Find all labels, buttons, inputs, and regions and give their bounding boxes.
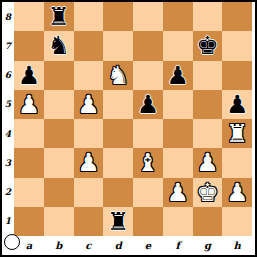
file-labels: abcdefgh xyxy=(14,236,252,255)
square-d4[interactable] xyxy=(103,119,133,148)
square-f1[interactable] xyxy=(163,207,193,236)
square-a5[interactable]: ♟ xyxy=(14,90,44,119)
square-e6[interactable] xyxy=(133,61,163,90)
square-e7[interactable] xyxy=(133,31,163,60)
piece-white-pawn: ♟ xyxy=(222,178,252,207)
square-g7[interactable]: ♚ xyxy=(193,31,223,60)
piece-white-bishop: ♝ xyxy=(133,148,163,177)
square-h4[interactable]: ♜ xyxy=(222,119,252,148)
square-h2[interactable]: ♟ xyxy=(222,178,252,207)
rank-label-1: 1 xyxy=(2,207,14,236)
rank-label-7: 7 xyxy=(2,31,14,60)
square-h1[interactable] xyxy=(222,207,252,236)
file-label-g: g xyxy=(193,236,223,255)
square-b1[interactable] xyxy=(44,207,74,236)
square-f7[interactable] xyxy=(163,31,193,60)
square-b5[interactable] xyxy=(44,90,74,119)
piece-black-knight: ♞ xyxy=(44,31,74,60)
piece-white-knight: ♞ xyxy=(103,61,133,90)
square-d8[interactable] xyxy=(103,2,133,31)
piece-white-pawn: ♟ xyxy=(193,148,223,177)
square-f3[interactable] xyxy=(163,148,193,177)
chess-board[interactable]: ♜♞♚♟♞♟♟♟♟♟♜♟♝♟♟♚♟♜ xyxy=(14,2,252,236)
square-g1[interactable] xyxy=(193,207,223,236)
file-label-b: b xyxy=(44,236,74,255)
piece-black-king: ♚ xyxy=(193,31,223,60)
square-d1[interactable]: ♜ xyxy=(103,207,133,236)
square-b8[interactable]: ♜ xyxy=(44,2,74,31)
square-b2[interactable] xyxy=(44,178,74,207)
piece-black-rook: ♜ xyxy=(44,2,74,31)
file-label-d: d xyxy=(103,236,133,255)
square-f6[interactable]: ♟ xyxy=(163,61,193,90)
rank-label-4: 4 xyxy=(2,119,14,148)
file-label-c: c xyxy=(74,236,104,255)
rank-label-3: 3 xyxy=(2,148,14,177)
square-f2[interactable]: ♟ xyxy=(163,178,193,207)
square-e3[interactable]: ♝ xyxy=(133,148,163,177)
square-h6[interactable] xyxy=(222,61,252,90)
square-g3[interactable]: ♟ xyxy=(193,148,223,177)
square-a3[interactable] xyxy=(14,148,44,177)
square-h5[interactable]: ♟ xyxy=(222,90,252,119)
square-f4[interactable] xyxy=(163,119,193,148)
piece-black-pawn: ♟ xyxy=(222,90,252,119)
square-c3[interactable]: ♟ xyxy=(74,148,104,177)
square-e2[interactable] xyxy=(133,178,163,207)
piece-black-pawn: ♟ xyxy=(163,61,193,90)
piece-white-rook: ♜ xyxy=(222,119,252,148)
square-g2[interactable]: ♚ xyxy=(193,178,223,207)
square-e1[interactable] xyxy=(133,207,163,236)
piece-white-pawn: ♟ xyxy=(163,178,193,207)
square-e4[interactable] xyxy=(133,119,163,148)
rank-label-6: 6 xyxy=(2,61,14,90)
file-label-h: h xyxy=(222,236,252,255)
square-d3[interactable] xyxy=(103,148,133,177)
square-a1[interactable] xyxy=(14,207,44,236)
square-f5[interactable] xyxy=(163,90,193,119)
piece-black-pawn: ♟ xyxy=(14,61,44,90)
square-b6[interactable] xyxy=(44,61,74,90)
square-d2[interactable] xyxy=(103,178,133,207)
rank-label-2: 2 xyxy=(2,178,14,207)
square-b7[interactable]: ♞ xyxy=(44,31,74,60)
square-d5[interactable] xyxy=(103,90,133,119)
square-b3[interactable] xyxy=(44,148,74,177)
chess-diagram: 87654321 ♜♞♚♟♞♟♟♟♟♟♜♟♝♟♟♚♟♜ abcdefgh xyxy=(0,0,257,257)
square-h8[interactable] xyxy=(222,2,252,31)
square-b4[interactable] xyxy=(44,119,74,148)
square-h3[interactable] xyxy=(222,148,252,177)
square-a2[interactable] xyxy=(14,178,44,207)
square-d6[interactable]: ♞ xyxy=(103,61,133,90)
piece-white-king: ♚ xyxy=(193,178,223,207)
rank-labels: 87654321 xyxy=(2,2,14,236)
square-a6[interactable]: ♟ xyxy=(14,61,44,90)
square-f8[interactable] xyxy=(163,2,193,31)
piece-black-rook: ♜ xyxy=(103,207,133,236)
square-h7[interactable] xyxy=(222,31,252,60)
square-e5[interactable]: ♟ xyxy=(133,90,163,119)
file-label-f: f xyxy=(163,236,193,255)
rank-label-5: 5 xyxy=(2,90,14,119)
piece-white-pawn: ♟ xyxy=(74,90,104,119)
square-c7[interactable] xyxy=(74,31,104,60)
square-a7[interactable] xyxy=(14,31,44,60)
piece-black-pawn: ♟ xyxy=(133,90,163,119)
square-g4[interactable] xyxy=(193,119,223,148)
square-c1[interactable] xyxy=(74,207,104,236)
file-label-e: e xyxy=(133,236,163,255)
square-c2[interactable] xyxy=(74,178,104,207)
rank-label-8: 8 xyxy=(2,2,14,31)
square-a4[interactable] xyxy=(14,119,44,148)
side-to-move-indicator xyxy=(4,234,20,250)
piece-white-pawn: ♟ xyxy=(74,148,104,177)
square-c6[interactable] xyxy=(74,61,104,90)
piece-white-pawn: ♟ xyxy=(14,90,44,119)
square-g8[interactable] xyxy=(193,2,223,31)
square-g6[interactable] xyxy=(193,61,223,90)
square-c5[interactable]: ♟ xyxy=(74,90,104,119)
square-d7[interactable] xyxy=(103,31,133,60)
square-g5[interactable] xyxy=(193,90,223,119)
square-c8[interactable] xyxy=(74,2,104,31)
square-e8[interactable] xyxy=(133,2,163,31)
square-a8[interactable] xyxy=(14,2,44,31)
square-c4[interactable] xyxy=(74,119,104,148)
